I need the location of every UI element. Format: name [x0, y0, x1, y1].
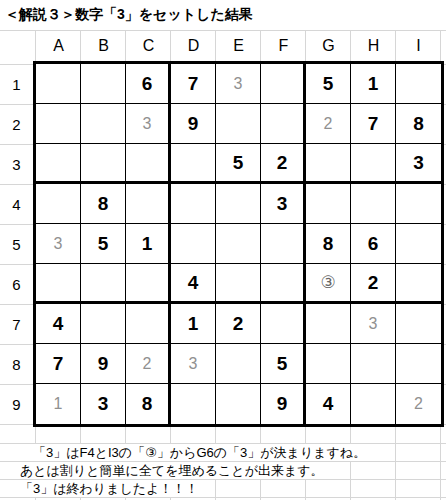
cell-C6[interactable]: [126, 264, 171, 304]
cell-D5[interactable]: [171, 224, 216, 264]
cell-I5[interactable]: [396, 224, 441, 264]
cell-G8[interactable]: [306, 344, 351, 384]
cell-A9[interactable]: 1: [36, 384, 81, 424]
row-label-6: 6: [0, 264, 33, 304]
note-line-2: あとは割りと簡単に全てを埋めることが出来ます。: [20, 462, 327, 479]
cell-A6[interactable]: [36, 264, 81, 304]
col-label-C: C: [126, 30, 171, 61]
cell-C1[interactable]: 6: [126, 64, 171, 104]
cell-C4[interactable]: [126, 184, 171, 224]
cell-E2[interactable]: [216, 104, 261, 144]
cell-E8[interactable]: [216, 344, 261, 384]
cell-E5[interactable]: [216, 224, 261, 264]
cell-E4[interactable]: [216, 184, 261, 224]
cell-G1[interactable]: 5: [306, 64, 351, 104]
cell-B1[interactable]: [81, 64, 126, 104]
cell-D4[interactable]: [171, 184, 216, 224]
cell-H5[interactable]: 6: [351, 224, 396, 264]
cell-B7[interactable]: [81, 304, 126, 344]
col-label-E: E: [216, 30, 261, 61]
cell-I7[interactable]: [396, 304, 441, 344]
row-label-8: 8: [0, 344, 33, 384]
cell-I6[interactable]: [396, 264, 441, 304]
sudoku-board: 673513927852383351864③2412379235138942: [33, 61, 444, 427]
cell-A7[interactable]: 4: [36, 304, 81, 344]
cell-A3[interactable]: [36, 144, 81, 184]
cell-H2[interactable]: 7: [351, 104, 396, 144]
col-label-A: A: [36, 30, 81, 61]
cell-A8[interactable]: 7: [36, 344, 81, 384]
cell-F9[interactable]: 9: [261, 384, 306, 424]
cell-I4[interactable]: [396, 184, 441, 224]
cell-F3[interactable]: 2: [261, 144, 306, 184]
col-label-H: H: [351, 30, 396, 61]
cell-C5[interactable]: 1: [126, 224, 171, 264]
cell-F8[interactable]: 5: [261, 344, 306, 384]
cell-F5[interactable]: [261, 224, 306, 264]
cell-D8[interactable]: 3: [171, 344, 216, 384]
col-label-F: F: [261, 30, 306, 61]
cell-E3[interactable]: 5: [216, 144, 261, 184]
page-title: ＜解説３＞数字「3」をセットした結果: [5, 6, 253, 24]
note-line-1: 「3」はF4とI3の「③」からG6の「3」が決まりますね。: [20, 444, 369, 461]
cell-E6[interactable]: [216, 264, 261, 304]
cell-D3[interactable]: [171, 144, 216, 184]
cell-B3[interactable]: [81, 144, 126, 184]
row-label-7: 7: [0, 304, 33, 344]
cell-H3[interactable]: [351, 144, 396, 184]
cell-H9[interactable]: [351, 384, 396, 424]
cell-G3[interactable]: [306, 144, 351, 184]
cell-A4[interactable]: [36, 184, 81, 224]
cell-E1[interactable]: 3: [216, 64, 261, 104]
cell-G5[interactable]: 8: [306, 224, 351, 264]
cell-I8[interactable]: [396, 344, 441, 384]
cell-C8[interactable]: 2: [126, 344, 171, 384]
cell-B9[interactable]: 3: [81, 384, 126, 424]
cell-G9[interactable]: 4: [306, 384, 351, 424]
cell-H4[interactable]: [351, 184, 396, 224]
cell-F4[interactable]: 3: [261, 184, 306, 224]
note-line-3: 「3」は終わりましたよ！！！: [20, 480, 201, 497]
row-label-4: 4: [0, 184, 33, 224]
cell-C7[interactable]: [126, 304, 171, 344]
cell-F7[interactable]: [261, 304, 306, 344]
row-label-1: 1: [0, 64, 33, 104]
cell-E7[interactable]: 2: [216, 304, 261, 344]
cell-G2[interactable]: 2: [306, 104, 351, 144]
cell-A5[interactable]: 3: [36, 224, 81, 264]
cell-D1[interactable]: 7: [171, 64, 216, 104]
cell-C9[interactable]: 8: [126, 384, 171, 424]
cell-B6[interactable]: [81, 264, 126, 304]
cell-C3[interactable]: [126, 144, 171, 184]
col-label-G: G: [306, 30, 351, 61]
cell-F1[interactable]: [261, 64, 306, 104]
cell-A1[interactable]: [36, 64, 81, 104]
col-label-I: I: [396, 30, 441, 61]
cell-D9[interactable]: [171, 384, 216, 424]
cell-F2[interactable]: [261, 104, 306, 144]
row-label-3: 3: [0, 144, 33, 184]
row-label-2: 2: [0, 104, 33, 144]
cell-H7[interactable]: 3: [351, 304, 396, 344]
cell-G4[interactable]: [306, 184, 351, 224]
row-label-9: 9: [0, 384, 33, 424]
col-label-B: B: [81, 30, 126, 61]
cell-E9[interactable]: [216, 384, 261, 424]
cell-H6[interactable]: 2: [351, 264, 396, 304]
col-label-D: D: [171, 30, 216, 61]
cell-I1[interactable]: [396, 64, 441, 104]
cell-A2[interactable]: [36, 104, 81, 144]
cell-B8[interactable]: 9: [81, 344, 126, 384]
cell-G7[interactable]: [306, 304, 351, 344]
cell-H1[interactable]: 1: [351, 64, 396, 104]
cell-C2[interactable]: 3: [126, 104, 171, 144]
row-label-5: 5: [0, 224, 33, 264]
cell-F6[interactable]: [261, 264, 306, 304]
cell-B2[interactable]: [81, 104, 126, 144]
cell-B4[interactable]: 8: [81, 184, 126, 224]
cell-D7[interactable]: 1: [171, 304, 216, 344]
cell-I3[interactable]: 3: [396, 144, 441, 184]
cell-H8[interactable]: [351, 344, 396, 384]
cell-I2[interactable]: 8: [396, 104, 441, 144]
cell-D6[interactable]: 4: [171, 264, 216, 304]
cell-B5[interactable]: 5: [81, 224, 126, 264]
cell-I9[interactable]: 2: [396, 384, 441, 424]
cell-G6[interactable]: ③: [306, 264, 351, 304]
cell-D2[interactable]: 9: [171, 104, 216, 144]
